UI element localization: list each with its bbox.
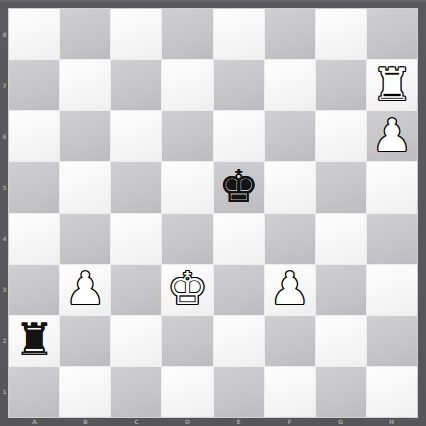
file-label-f: F	[264, 417, 315, 426]
square-f1[interactable]	[265, 367, 315, 417]
rank-label-3: 3	[0, 264, 9, 315]
square-e2[interactable]	[214, 316, 264, 366]
rank-labels: 87654321	[0, 9, 9, 417]
square-h6[interactable]: ♟	[367, 111, 417, 161]
file-label-b: B	[60, 417, 111, 426]
file-label-c: C	[111, 417, 162, 426]
square-e8[interactable]	[214, 9, 264, 59]
square-d7[interactable]	[162, 60, 212, 110]
file-label-g: G	[315, 417, 366, 426]
square-c2[interactable]	[111, 316, 161, 366]
square-c6[interactable]	[111, 111, 161, 161]
square-a7[interactable]	[9, 60, 59, 110]
chess-board-frame: ♜♟♚♟♚♟♜ 87654321 ABCDEFGH	[0, 0, 426, 426]
square-d4[interactable]	[162, 214, 212, 264]
square-b4[interactable]	[60, 214, 110, 264]
square-a2[interactable]: ♜	[9, 316, 59, 366]
square-b8[interactable]	[60, 9, 110, 59]
white-pawn-f3[interactable]: ♟	[270, 266, 310, 311]
rank-label-2: 2	[0, 315, 9, 366]
square-g7[interactable]	[316, 60, 366, 110]
rank-label-5: 5	[0, 162, 9, 213]
file-labels: ABCDEFGH	[9, 417, 417, 426]
square-h7[interactable]: ♜	[367, 60, 417, 110]
file-label-d: D	[162, 417, 213, 426]
square-c7[interactable]	[111, 60, 161, 110]
square-f5[interactable]	[265, 162, 315, 212]
square-c5[interactable]	[111, 162, 161, 212]
white-pawn-h6[interactable]: ♟	[372, 113, 412, 158]
rank-label-6: 6	[0, 111, 9, 162]
square-b3[interactable]: ♟	[60, 265, 110, 315]
square-a4[interactable]	[9, 214, 59, 264]
square-g4[interactable]	[316, 214, 366, 264]
square-e5[interactable]: ♚	[214, 162, 264, 212]
square-d5[interactable]	[162, 162, 212, 212]
square-h4[interactable]	[367, 214, 417, 264]
square-c8[interactable]	[111, 9, 161, 59]
square-g8[interactable]	[316, 9, 366, 59]
black-rook-a2[interactable]: ♜	[14, 317, 54, 362]
square-f3[interactable]: ♟	[265, 265, 315, 315]
square-e6[interactable]	[214, 111, 264, 161]
square-b7[interactable]	[60, 60, 110, 110]
square-e3[interactable]	[214, 265, 264, 315]
square-h2[interactable]	[367, 316, 417, 366]
square-e7[interactable]	[214, 60, 264, 110]
square-e4[interactable]	[214, 214, 264, 264]
square-b5[interactable]	[60, 162, 110, 212]
square-g6[interactable]	[316, 111, 366, 161]
square-c4[interactable]	[111, 214, 161, 264]
square-c1[interactable]	[111, 367, 161, 417]
square-f6[interactable]	[265, 111, 315, 161]
square-g1[interactable]	[316, 367, 366, 417]
square-b2[interactable]	[60, 316, 110, 366]
file-label-a: A	[9, 417, 60, 426]
chess-board: ♜♟♚♟♚♟♜	[9, 9, 417, 417]
square-f8[interactable]	[265, 9, 315, 59]
square-h3[interactable]	[367, 265, 417, 315]
square-h1[interactable]	[367, 367, 417, 417]
square-d3[interactable]: ♚	[162, 265, 212, 315]
square-d8[interactable]	[162, 9, 212, 59]
rank-label-8: 8	[0, 9, 9, 60]
square-a6[interactable]	[9, 111, 59, 161]
square-g2[interactable]	[316, 316, 366, 366]
file-label-h: H	[366, 417, 417, 426]
square-h8[interactable]	[367, 9, 417, 59]
square-f7[interactable]	[265, 60, 315, 110]
rank-label-1: 1	[0, 366, 9, 417]
file-label-e: E	[213, 417, 264, 426]
square-e1[interactable]	[214, 367, 264, 417]
square-a5[interactable]	[9, 162, 59, 212]
square-d2[interactable]	[162, 316, 212, 366]
white-rook-h7[interactable]: ♜	[372, 62, 412, 107]
square-f2[interactable]	[265, 316, 315, 366]
square-d6[interactable]	[162, 111, 212, 161]
rank-label-4: 4	[0, 213, 9, 264]
square-b1[interactable]	[60, 367, 110, 417]
square-a1[interactable]	[9, 367, 59, 417]
square-g5[interactable]	[316, 162, 366, 212]
square-b6[interactable]	[60, 111, 110, 161]
white-king-d3[interactable]: ♚	[167, 266, 207, 311]
black-king-e5[interactable]: ♚	[218, 164, 258, 209]
square-g3[interactable]	[316, 265, 366, 315]
square-a3[interactable]	[9, 265, 59, 315]
rank-label-7: 7	[0, 60, 9, 111]
square-f4[interactable]	[265, 214, 315, 264]
square-d1[interactable]	[162, 367, 212, 417]
white-pawn-b3[interactable]: ♟	[65, 266, 105, 311]
square-a8[interactable]	[9, 9, 59, 59]
square-c3[interactable]	[111, 265, 161, 315]
square-h5[interactable]	[367, 162, 417, 212]
